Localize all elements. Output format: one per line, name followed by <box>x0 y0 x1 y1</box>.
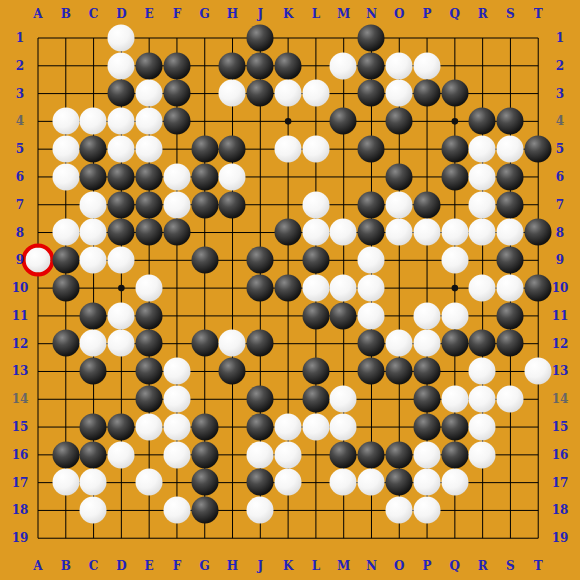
empty-point-S17[interactable] <box>496 469 524 497</box>
empty-point-D17[interactable] <box>107 469 135 497</box>
empty-point-P10[interactable] <box>413 274 441 302</box>
white-stone-E5[interactable] <box>136 136 163 163</box>
white-stone-O3[interactable] <box>386 80 413 107</box>
empty-point-Q7[interactable] <box>441 191 469 219</box>
black-stone-C6[interactable] <box>80 163 107 190</box>
white-stone-L7[interactable] <box>302 191 329 218</box>
empty-point-D19[interactable] <box>107 524 135 552</box>
white-stone-O12[interactable] <box>386 330 413 357</box>
empty-point-M7[interactable] <box>330 191 358 219</box>
black-stone-L13[interactable] <box>302 358 329 385</box>
black-stone-F3[interactable] <box>163 80 190 107</box>
white-stone-C18[interactable] <box>80 497 107 524</box>
white-stone-F13[interactable] <box>163 358 190 385</box>
white-stone-O8[interactable] <box>386 219 413 246</box>
empty-point-E18[interactable] <box>135 496 163 524</box>
empty-point-H9[interactable] <box>218 246 246 274</box>
empty-point-H8[interactable] <box>218 218 246 246</box>
empty-point-O5[interactable] <box>385 135 413 163</box>
black-stone-Q16[interactable] <box>441 441 468 468</box>
white-stone-P17[interactable] <box>413 469 440 496</box>
black-stone-M16[interactable] <box>330 441 357 468</box>
empty-point-R18[interactable] <box>469 496 497 524</box>
black-stone-P7[interactable] <box>413 191 440 218</box>
white-stone-C17[interactable] <box>80 469 107 496</box>
white-stone-S10[interactable] <box>497 274 524 301</box>
white-stone-F15[interactable] <box>163 413 190 440</box>
white-stone-J18[interactable] <box>247 497 274 524</box>
black-stone-C13[interactable] <box>80 358 107 385</box>
black-stone-B12[interactable] <box>52 330 79 357</box>
white-stone-B17[interactable] <box>52 469 79 496</box>
white-stone-B6[interactable] <box>52 163 79 190</box>
black-stone-E11[interactable] <box>136 302 163 329</box>
white-stone-Q17[interactable] <box>441 469 468 496</box>
white-stone-B8[interactable] <box>52 219 79 246</box>
black-stone-D8[interactable] <box>108 219 135 246</box>
black-stone-B16[interactable] <box>52 441 79 468</box>
white-stone-D12[interactable] <box>108 330 135 357</box>
black-stone-J14[interactable] <box>247 386 274 413</box>
empty-point-O1[interactable] <box>385 24 413 52</box>
empty-point-F9[interactable] <box>163 246 191 274</box>
empty-point-D18[interactable] <box>107 496 135 524</box>
empty-point-H19[interactable] <box>218 524 246 552</box>
empty-point-M6[interactable] <box>330 163 358 191</box>
white-stone-B4[interactable] <box>52 108 79 135</box>
empty-point-L2[interactable] <box>302 52 330 80</box>
empty-point-M19[interactable] <box>330 524 358 552</box>
empty-point-Q2[interactable] <box>441 52 469 80</box>
empty-point-D14[interactable] <box>107 385 135 413</box>
black-stone-E13[interactable] <box>136 358 163 385</box>
empty-point-G19[interactable] <box>191 524 219 552</box>
black-stone-O6[interactable] <box>386 163 413 190</box>
empty-point-F10[interactable] <box>163 274 191 302</box>
white-stone-K3[interactable] <box>274 80 301 107</box>
black-stone-G15[interactable] <box>191 413 218 440</box>
empty-point-G2[interactable] <box>191 52 219 80</box>
black-stone-H13[interactable] <box>219 358 246 385</box>
empty-point-M9[interactable] <box>330 246 358 274</box>
white-stone-O18[interactable] <box>386 497 413 524</box>
black-stone-H7[interactable] <box>219 191 246 218</box>
empty-point-C10[interactable] <box>80 274 108 302</box>
white-stone-P18[interactable] <box>413 497 440 524</box>
black-stone-E14[interactable] <box>136 386 163 413</box>
black-stone-Q12[interactable] <box>441 330 468 357</box>
black-stone-J12[interactable] <box>247 330 274 357</box>
empty-point-M12[interactable] <box>330 330 358 358</box>
black-stone-N16[interactable] <box>358 441 385 468</box>
black-stone-J9[interactable] <box>247 247 274 274</box>
empty-point-Q10[interactable] <box>441 274 469 302</box>
empty-point-K19[interactable] <box>274 524 302 552</box>
white-stone-R8[interactable] <box>469 219 496 246</box>
empty-point-G10[interactable] <box>191 274 219 302</box>
white-stone-D4[interactable] <box>108 108 135 135</box>
black-stone-C15[interactable] <box>80 413 107 440</box>
white-stone-H6[interactable] <box>219 163 246 190</box>
empty-point-O14[interactable] <box>385 385 413 413</box>
empty-point-S16[interactable] <box>496 441 524 469</box>
black-stone-G6[interactable] <box>191 163 218 190</box>
empty-point-J13[interactable] <box>246 357 274 385</box>
white-stone-B5[interactable] <box>52 136 79 163</box>
empty-point-J6[interactable] <box>246 163 274 191</box>
white-stone-P16[interactable] <box>413 441 440 468</box>
white-stone-C7[interactable] <box>80 191 107 218</box>
black-stone-K2[interactable] <box>274 52 301 79</box>
white-stone-S8[interactable] <box>497 219 524 246</box>
white-stone-C4[interactable] <box>80 108 107 135</box>
black-stone-N1[interactable] <box>358 24 385 51</box>
black-stone-B9[interactable] <box>52 247 79 274</box>
white-stone-D1[interactable] <box>108 24 135 51</box>
empty-point-K14[interactable] <box>274 385 302 413</box>
black-stone-P13[interactable] <box>413 358 440 385</box>
black-stone-O13[interactable] <box>386 358 413 385</box>
empty-point-K1[interactable] <box>274 24 302 52</box>
empty-point-C3[interactable] <box>80 80 108 108</box>
white-stone-P8[interactable] <box>413 219 440 246</box>
black-stone-F2[interactable] <box>163 52 190 79</box>
empty-point-K12[interactable] <box>274 330 302 358</box>
empty-point-P19[interactable] <box>413 524 441 552</box>
black-stone-H5[interactable] <box>219 136 246 163</box>
black-stone-Q6[interactable] <box>441 163 468 190</box>
white-stone-M10[interactable] <box>330 274 357 301</box>
empty-point-S19[interactable] <box>496 524 524 552</box>
white-stone-F6[interactable] <box>163 163 190 190</box>
white-stone-S14[interactable] <box>497 386 524 413</box>
empty-point-S2[interactable] <box>496 52 524 80</box>
empty-point-N6[interactable] <box>357 163 385 191</box>
empty-point-H16[interactable] <box>218 441 246 469</box>
empty-point-R3[interactable] <box>469 80 497 108</box>
black-stone-D15[interactable] <box>108 413 135 440</box>
white-stone-Q11[interactable] <box>441 302 468 329</box>
white-stone-Q8[interactable] <box>441 219 468 246</box>
white-stone-N9[interactable] <box>358 247 385 274</box>
empty-point-Q13[interactable] <box>441 357 469 385</box>
black-stone-N7[interactable] <box>358 191 385 218</box>
empty-point-P1[interactable] <box>413 24 441 52</box>
empty-point-M3[interactable] <box>330 80 358 108</box>
black-stone-G7[interactable] <box>191 191 218 218</box>
empty-point-M13[interactable] <box>330 357 358 385</box>
white-stone-E17[interactable] <box>136 469 163 496</box>
empty-point-E9[interactable] <box>135 246 163 274</box>
black-stone-N8[interactable] <box>358 219 385 246</box>
empty-point-S3[interactable] <box>496 80 524 108</box>
black-stone-F8[interactable] <box>163 219 190 246</box>
empty-point-S18[interactable] <box>496 496 524 524</box>
white-stone-P2[interactable] <box>413 52 440 79</box>
empty-point-K4[interactable] <box>274 107 302 135</box>
empty-point-G11[interactable] <box>191 302 219 330</box>
white-stone-M17[interactable] <box>330 469 357 496</box>
white-stone-R5[interactable] <box>469 136 496 163</box>
black-stone-S11[interactable] <box>497 302 524 329</box>
black-stone-Q3[interactable] <box>441 80 468 107</box>
black-stone-E8[interactable] <box>136 219 163 246</box>
empty-point-H10[interactable] <box>218 274 246 302</box>
empty-point-C2[interactable] <box>80 52 108 80</box>
white-stone-E15[interactable] <box>136 413 163 440</box>
white-stone-M2[interactable] <box>330 52 357 79</box>
black-stone-S9[interactable] <box>497 247 524 274</box>
white-stone-R6[interactable] <box>469 163 496 190</box>
black-stone-D7[interactable] <box>108 191 135 218</box>
empty-point-S1[interactable] <box>496 24 524 52</box>
black-stone-S6[interactable] <box>497 163 524 190</box>
empty-point-N14[interactable] <box>357 385 385 413</box>
empty-point-J5[interactable] <box>246 135 274 163</box>
empty-point-B11[interactable] <box>52 302 80 330</box>
black-stone-L11[interactable] <box>302 302 329 329</box>
empty-point-H18[interactable] <box>218 496 246 524</box>
empty-point-B14[interactable] <box>52 385 80 413</box>
black-stone-N2[interactable] <box>358 52 385 79</box>
white-stone-J16[interactable] <box>247 441 274 468</box>
black-stone-F4[interactable] <box>163 108 190 135</box>
black-stone-L9[interactable] <box>302 247 329 274</box>
empty-point-O10[interactable] <box>385 274 413 302</box>
white-stone-R15[interactable] <box>469 413 496 440</box>
white-stone-R10[interactable] <box>469 274 496 301</box>
empty-point-D10[interactable] <box>107 274 135 302</box>
empty-point-B19[interactable] <box>52 524 80 552</box>
black-stone-G17[interactable] <box>191 469 218 496</box>
black-stone-S12[interactable] <box>497 330 524 357</box>
black-stone-G16[interactable] <box>191 441 218 468</box>
white-stone-C9[interactable] <box>80 247 107 274</box>
empty-point-G8[interactable] <box>191 218 219 246</box>
empty-point-Q4[interactable] <box>441 107 469 135</box>
empty-point-H15[interactable] <box>218 413 246 441</box>
empty-point-F5[interactable] <box>163 135 191 163</box>
black-stone-Q5[interactable] <box>441 136 468 163</box>
empty-point-L6[interactable] <box>302 163 330 191</box>
white-stone-L8[interactable] <box>302 219 329 246</box>
empty-point-J4[interactable] <box>246 107 274 135</box>
empty-point-O11[interactable] <box>385 302 413 330</box>
white-stone-D2[interactable] <box>108 52 135 79</box>
white-stone-O2[interactable] <box>386 52 413 79</box>
empty-point-G4[interactable] <box>191 107 219 135</box>
black-stone-R4[interactable] <box>469 108 496 135</box>
empty-point-K6[interactable] <box>274 163 302 191</box>
empty-point-L4[interactable] <box>302 107 330 135</box>
empty-point-F11[interactable] <box>163 302 191 330</box>
white-stone-S5[interactable] <box>497 136 524 163</box>
black-stone-E6[interactable] <box>136 163 163 190</box>
empty-point-N18[interactable] <box>357 496 385 524</box>
empty-point-P4[interactable] <box>413 107 441 135</box>
white-stone-K17[interactable] <box>274 469 301 496</box>
black-stone-P14[interactable] <box>413 386 440 413</box>
black-stone-K10[interactable] <box>274 274 301 301</box>
white-stone-D11[interactable] <box>108 302 135 329</box>
white-stone-E4[interactable] <box>136 108 163 135</box>
black-stone-C11[interactable] <box>80 302 107 329</box>
empty-point-M18[interactable] <box>330 496 358 524</box>
white-stone-N10[interactable] <box>358 274 385 301</box>
white-stone-R14[interactable] <box>469 386 496 413</box>
empty-point-S15[interactable] <box>496 413 524 441</box>
empty-point-O19[interactable] <box>385 524 413 552</box>
empty-point-C14[interactable] <box>80 385 108 413</box>
white-stone-P12[interactable] <box>413 330 440 357</box>
empty-point-K13[interactable] <box>274 357 302 385</box>
empty-point-G1[interactable] <box>191 24 219 52</box>
white-stone-D16[interactable] <box>108 441 135 468</box>
empty-point-C1[interactable] <box>80 24 108 52</box>
empty-point-R17[interactable] <box>469 469 497 497</box>
white-stone-F7[interactable] <box>163 191 190 218</box>
empty-point-H1[interactable] <box>218 24 246 52</box>
empty-point-Q1[interactable] <box>441 24 469 52</box>
black-stone-Q15[interactable] <box>441 413 468 440</box>
white-stone-D5[interactable] <box>108 136 135 163</box>
empty-point-S13[interactable] <box>496 357 524 385</box>
white-stone-L5[interactable] <box>302 136 329 163</box>
black-stone-G9[interactable] <box>191 247 218 274</box>
black-stone-J2[interactable] <box>247 52 274 79</box>
white-stone-D9[interactable] <box>108 247 135 274</box>
black-stone-P3[interactable] <box>413 80 440 107</box>
empty-point-E16[interactable] <box>135 441 163 469</box>
empty-point-K7[interactable] <box>274 191 302 219</box>
empty-point-B3[interactable] <box>52 80 80 108</box>
white-stone-M8[interactable] <box>330 219 357 246</box>
empty-point-B1[interactable] <box>52 24 80 52</box>
white-stone-L10[interactable] <box>302 274 329 301</box>
empty-point-B18[interactable] <box>52 496 80 524</box>
black-stone-H2[interactable] <box>219 52 246 79</box>
empty-point-F1[interactable] <box>163 24 191 52</box>
empty-point-H4[interactable] <box>218 107 246 135</box>
black-stone-S4[interactable] <box>497 108 524 135</box>
black-stone-O17[interactable] <box>386 469 413 496</box>
empty-point-R11[interactable] <box>469 302 497 330</box>
white-stone-C12[interactable] <box>80 330 107 357</box>
empty-point-H14[interactable] <box>218 385 246 413</box>
white-stone-R7[interactable] <box>469 191 496 218</box>
black-stone-G12[interactable] <box>191 330 218 357</box>
white-stone-Q9[interactable] <box>441 247 468 274</box>
empty-point-J19[interactable] <box>246 524 274 552</box>
black-stone-S7[interactable] <box>497 191 524 218</box>
empty-point-N15[interactable] <box>357 413 385 441</box>
empty-point-H17[interactable] <box>218 469 246 497</box>
black-stone-R12[interactable] <box>469 330 496 357</box>
empty-point-D13[interactable] <box>107 357 135 385</box>
black-stone-G5[interactable] <box>191 136 218 163</box>
empty-point-H11[interactable] <box>218 302 246 330</box>
white-stone-K15[interactable] <box>274 413 301 440</box>
empty-point-G14[interactable] <box>191 385 219 413</box>
black-stone-L14[interactable] <box>302 386 329 413</box>
white-stone-F14[interactable] <box>163 386 190 413</box>
empty-point-K11[interactable] <box>274 302 302 330</box>
empty-point-P9[interactable] <box>413 246 441 274</box>
white-stone-H3[interactable] <box>219 80 246 107</box>
empty-point-L17[interactable] <box>302 469 330 497</box>
empty-point-K9[interactable] <box>274 246 302 274</box>
empty-point-L1[interactable] <box>302 24 330 52</box>
empty-point-B7[interactable] <box>52 191 80 219</box>
black-stone-E7[interactable] <box>136 191 163 218</box>
black-stone-C16[interactable] <box>80 441 107 468</box>
black-stone-M4[interactable] <box>330 108 357 135</box>
white-stone-N11[interactable] <box>358 302 385 329</box>
white-stone-E10[interactable] <box>136 274 163 301</box>
empty-point-J8[interactable] <box>246 218 274 246</box>
empty-point-R1[interactable] <box>469 24 497 52</box>
black-stone-G18[interactable] <box>191 497 218 524</box>
black-stone-J17[interactable] <box>247 469 274 496</box>
empty-point-C19[interactable] <box>80 524 108 552</box>
black-stone-C5[interactable] <box>80 136 107 163</box>
empty-point-B13[interactable] <box>52 357 80 385</box>
white-stone-Q14[interactable] <box>441 386 468 413</box>
empty-point-G3[interactable] <box>191 80 219 108</box>
empty-point-J7[interactable] <box>246 191 274 219</box>
white-stone-R16[interactable] <box>469 441 496 468</box>
empty-point-M5[interactable] <box>330 135 358 163</box>
white-stone-M15[interactable] <box>330 413 357 440</box>
empty-point-K18[interactable] <box>274 496 302 524</box>
empty-point-F17[interactable] <box>163 469 191 497</box>
empty-point-L16[interactable] <box>302 441 330 469</box>
empty-point-P5[interactable] <box>413 135 441 163</box>
black-stone-B10[interactable] <box>52 274 79 301</box>
white-stone-K5[interactable] <box>274 136 301 163</box>
black-stone-P15[interactable] <box>413 413 440 440</box>
empty-point-Q18[interactable] <box>441 496 469 524</box>
black-stone-O4[interactable] <box>386 108 413 135</box>
black-stone-K8[interactable] <box>274 219 301 246</box>
empty-point-L18[interactable] <box>302 496 330 524</box>
empty-point-E19[interactable] <box>135 524 163 552</box>
empty-point-F19[interactable] <box>163 524 191 552</box>
black-stone-M11[interactable] <box>330 302 357 329</box>
black-stone-E2[interactable] <box>136 52 163 79</box>
black-stone-N5[interactable] <box>358 136 385 163</box>
white-stone-P11[interactable] <box>413 302 440 329</box>
empty-point-Q19[interactable] <box>441 524 469 552</box>
empty-point-P6[interactable] <box>413 163 441 191</box>
black-stone-O16[interactable] <box>386 441 413 468</box>
white-stone-F16[interactable] <box>163 441 190 468</box>
empty-point-O9[interactable] <box>385 246 413 274</box>
empty-point-L19[interactable] <box>302 524 330 552</box>
black-stone-J1[interactable] <box>247 24 274 51</box>
empty-point-E1[interactable] <box>135 24 163 52</box>
empty-point-N19[interactable] <box>357 524 385 552</box>
white-stone-N17[interactable] <box>358 469 385 496</box>
black-stone-J10[interactable] <box>247 274 274 301</box>
empty-point-J11[interactable] <box>246 302 274 330</box>
white-stone-L15[interactable] <box>302 413 329 440</box>
white-stone-K16[interactable] <box>274 441 301 468</box>
black-stone-D6[interactable] <box>108 163 135 190</box>
white-stone-E3[interactable] <box>136 80 163 107</box>
empty-point-O15[interactable] <box>385 413 413 441</box>
empty-point-G13[interactable] <box>191 357 219 385</box>
